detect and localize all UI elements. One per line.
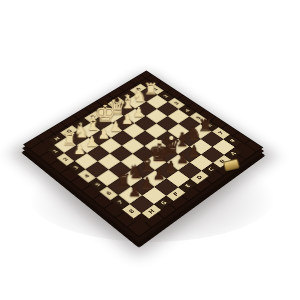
- square-g4: [98, 153, 121, 169]
- frame-corner: [235, 142, 249, 152]
- coord-label-5: 5: [189, 112, 207, 124]
- coord-label-1: 1: [147, 84, 164, 95]
- chess-set-photo: HGFEDCBA1♜♞♝♚♛♝♞♜12♟♟♟♟♟♟23344556♜♞♝♚♛♝♞…: [0, 0, 300, 300]
